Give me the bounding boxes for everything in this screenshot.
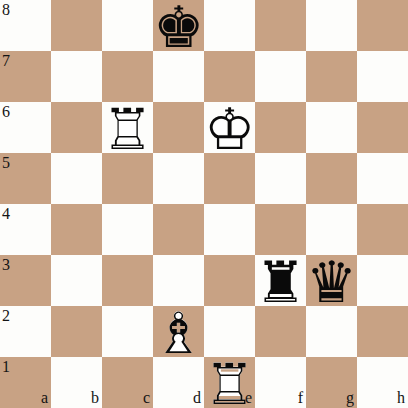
square-g7[interactable] — [306, 51, 357, 102]
square-b6[interactable] — [51, 102, 102, 153]
square-d2[interactable]: ♝♗ — [153, 306, 204, 357]
square-h5[interactable] — [357, 153, 408, 204]
square-c4[interactable] — [102, 204, 153, 255]
square-e1[interactable]: ♜♖ — [204, 357, 255, 408]
square-e5[interactable] — [204, 153, 255, 204]
square-e4[interactable] — [204, 204, 255, 255]
square-d6[interactable] — [153, 102, 204, 153]
square-f7[interactable] — [255, 51, 306, 102]
square-b2[interactable] — [51, 306, 102, 357]
square-g6[interactable] — [306, 102, 357, 153]
piece-white-rook-c6[interactable]: ♜♖ — [102, 102, 153, 153]
square-h8[interactable] — [357, 0, 408, 51]
piece-black-king-d8[interactable]: ♚ — [153, 0, 204, 51]
square-g3[interactable]: ♛ — [306, 255, 357, 306]
square-h3[interactable] — [357, 255, 408, 306]
square-d3[interactable] — [153, 255, 204, 306]
square-a6[interactable] — [0, 102, 51, 153]
square-b1[interactable] — [51, 357, 102, 408]
piece-white-bishop-d2[interactable]: ♝♗ — [153, 306, 204, 357]
square-a3[interactable] — [0, 255, 51, 306]
square-h6[interactable] — [357, 102, 408, 153]
square-g1[interactable] — [306, 357, 357, 408]
square-b8[interactable] — [51, 0, 102, 51]
piece-white-king-e6[interactable]: ♚♔ — [204, 102, 255, 153]
piece-black-queen-g3[interactable]: ♛ — [306, 255, 357, 306]
square-e3[interactable] — [204, 255, 255, 306]
square-a5[interactable] — [0, 153, 51, 204]
square-a7[interactable] — [0, 51, 51, 102]
square-g8[interactable] — [306, 0, 357, 51]
square-f4[interactable] — [255, 204, 306, 255]
square-c8[interactable] — [102, 0, 153, 51]
square-c6[interactable]: ♜♖ — [102, 102, 153, 153]
square-c2[interactable] — [102, 306, 153, 357]
square-e2[interactable] — [204, 306, 255, 357]
square-a4[interactable] — [0, 204, 51, 255]
square-f5[interactable] — [255, 153, 306, 204]
square-h7[interactable] — [357, 51, 408, 102]
square-d4[interactable] — [153, 204, 204, 255]
square-h4[interactable] — [357, 204, 408, 255]
square-a2[interactable] — [0, 306, 51, 357]
square-h2[interactable] — [357, 306, 408, 357]
square-e8[interactable] — [204, 0, 255, 51]
square-f6[interactable] — [255, 102, 306, 153]
square-h1[interactable] — [357, 357, 408, 408]
square-e6[interactable]: ♚♔ — [204, 102, 255, 153]
square-f1[interactable] — [255, 357, 306, 408]
square-c7[interactable] — [102, 51, 153, 102]
square-d7[interactable] — [153, 51, 204, 102]
square-f8[interactable] — [255, 0, 306, 51]
square-c5[interactable] — [102, 153, 153, 204]
square-d1[interactable] — [153, 357, 204, 408]
square-b4[interactable] — [51, 204, 102, 255]
square-c3[interactable] — [102, 255, 153, 306]
square-g4[interactable] — [306, 204, 357, 255]
square-b3[interactable] — [51, 255, 102, 306]
square-g2[interactable] — [306, 306, 357, 357]
square-b5[interactable] — [51, 153, 102, 204]
square-f3[interactable]: ♜ — [255, 255, 306, 306]
square-d5[interactable] — [153, 153, 204, 204]
square-e7[interactable] — [204, 51, 255, 102]
piece-black-rook-f3[interactable]: ♜ — [255, 255, 306, 306]
square-f2[interactable] — [255, 306, 306, 357]
square-g5[interactable] — [306, 153, 357, 204]
square-b7[interactable] — [51, 51, 102, 102]
piece-white-rook-e1[interactable]: ♜♖ — [204, 357, 255, 408]
chess-board: ♚♜♖♚♔♜♛♝♗♜♖87654321abcdefgh — [0, 0, 408, 408]
square-a1[interactable] — [0, 357, 51, 408]
square-c1[interactable] — [102, 357, 153, 408]
square-d8[interactable]: ♚ — [153, 0, 204, 51]
square-a8[interactable] — [0, 0, 51, 51]
